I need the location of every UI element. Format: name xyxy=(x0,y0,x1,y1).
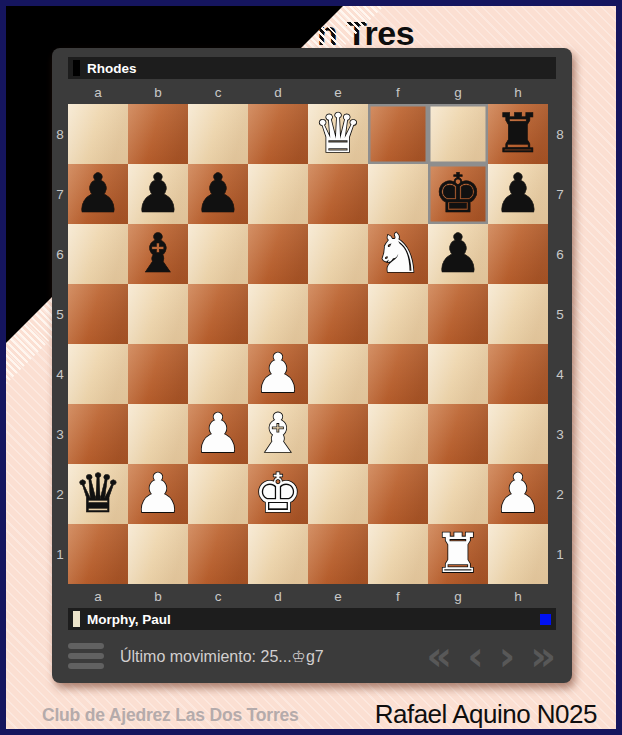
rank-label-7: 7 xyxy=(548,164,572,224)
square-e4[interactable] xyxy=(308,344,368,404)
white-king-piece: ♚ xyxy=(248,464,308,524)
rank-label-8: 8 xyxy=(52,104,68,164)
black-pawn-piece: ♟ xyxy=(128,164,188,224)
black-queen-piece: ♛ xyxy=(68,464,128,524)
board: ♛♜♟♟♟♚♟♝♞♟♟♟♝♛♟♚♟♜ xyxy=(68,104,548,584)
square-b2[interactable]: ♟ xyxy=(128,464,188,524)
white-queen-piece: ♛ xyxy=(308,104,368,164)
file-labels-top: abcdefgh xyxy=(68,81,548,103)
square-b8[interactable] xyxy=(128,104,188,164)
square-g2[interactable] xyxy=(428,464,488,524)
square-f4[interactable] xyxy=(368,344,428,404)
rank-label-5: 5 xyxy=(52,284,68,344)
white-pawn-piece: ♟ xyxy=(488,464,548,524)
square-e3[interactable] xyxy=(308,404,368,464)
rank-labels-right: 87654321 xyxy=(548,104,572,584)
file-label-b: b xyxy=(128,585,188,607)
square-e5[interactable] xyxy=(308,284,368,344)
square-g1[interactable]: ♜ xyxy=(428,524,488,584)
black-king-piece: ♚ xyxy=(428,164,488,224)
last-move-button[interactable]: » xyxy=(530,637,556,675)
author-credit: Rafael Aquino N025 xyxy=(375,699,597,729)
black-side-chip xyxy=(73,60,80,76)
chess-app-panel: Rhodes abcdefgh 87654321 ♛♜♟♟♟♚♟♝♞♟♟♟♝♛♟… xyxy=(52,48,572,683)
square-h7[interactable]: ♟ xyxy=(488,164,548,224)
square-h4[interactable] xyxy=(488,344,548,404)
previous-move-button[interactable]: ‹ xyxy=(467,637,483,675)
bottom-player-bar: Morphy, Paul xyxy=(68,608,556,630)
next-move-button[interactable]: › xyxy=(499,637,515,675)
black-pawn-piece: ♟ xyxy=(488,164,548,224)
file-label-e: e xyxy=(308,585,368,607)
turn-indicator xyxy=(540,614,551,625)
black-pawn-piece: ♟ xyxy=(68,164,128,224)
rank-label-3: 3 xyxy=(548,404,572,464)
square-b6[interactable]: ♝ xyxy=(128,224,188,284)
top-player-name: Rhodes xyxy=(87,61,137,76)
square-d7[interactable] xyxy=(248,164,308,224)
square-a7[interactable]: ♟ xyxy=(68,164,128,224)
file-label-f: f xyxy=(368,81,428,103)
square-b3[interactable] xyxy=(128,404,188,464)
rank-label-8: 8 xyxy=(548,104,572,164)
square-c4[interactable] xyxy=(188,344,248,404)
control-bar: Último movimiento: 25...♔g7 «‹›» xyxy=(68,637,556,675)
square-a4[interactable] xyxy=(68,344,128,404)
square-g7[interactable]: ♚ xyxy=(428,164,488,224)
square-c1[interactable] xyxy=(188,524,248,584)
top-player-bar: Rhodes xyxy=(68,57,556,79)
square-f7[interactable] xyxy=(368,164,428,224)
square-e7[interactable] xyxy=(308,164,368,224)
square-a8[interactable] xyxy=(68,104,128,164)
square-a6[interactable] xyxy=(68,224,128,284)
square-a2[interactable]: ♛ xyxy=(68,464,128,524)
square-b5[interactable] xyxy=(128,284,188,344)
white-pawn-piece: ♟ xyxy=(128,464,188,524)
file-label-c: c xyxy=(188,585,248,607)
rank-label-1: 1 xyxy=(52,524,68,584)
square-b1[interactable] xyxy=(128,524,188,584)
square-c5[interactable] xyxy=(188,284,248,344)
last-move-status: Último movimiento: 25...♔g7 xyxy=(120,647,324,666)
file-label-d: d xyxy=(248,81,308,103)
rank-label-6: 6 xyxy=(52,224,68,284)
square-e8[interactable]: ♛ xyxy=(308,104,368,164)
rank-label-4: 4 xyxy=(548,344,572,404)
square-d4[interactable]: ♟ xyxy=(248,344,308,404)
rank-label-5: 5 xyxy=(548,284,572,344)
square-f2[interactable] xyxy=(368,464,428,524)
move-navigation: «‹›» xyxy=(426,637,556,675)
square-g6[interactable]: ♟ xyxy=(428,224,488,284)
square-f1[interactable] xyxy=(368,524,428,584)
square-e2[interactable] xyxy=(308,464,368,524)
flyer-root: n Tres Rhodes abcdefgh 87654321 ♛♜♟♟♟♚♟♝… xyxy=(0,0,622,735)
club-name: Club de Ajedrez Las Dos Torres xyxy=(42,705,299,726)
square-e6[interactable] xyxy=(308,224,368,284)
rank-label-4: 4 xyxy=(52,344,68,404)
file-label-g: g xyxy=(428,81,488,103)
square-f8[interactable] xyxy=(368,104,428,164)
file-label-h: h xyxy=(488,81,548,103)
square-a3[interactable] xyxy=(68,404,128,464)
white-bishop-piece: ♝ xyxy=(248,404,308,464)
square-b4[interactable] xyxy=(128,344,188,404)
file-label-b: b xyxy=(128,81,188,103)
menu-icon[interactable] xyxy=(68,643,104,669)
square-h2[interactable]: ♟ xyxy=(488,464,548,524)
square-d1[interactable] xyxy=(248,524,308,584)
rank-labels-left: 87654321 xyxy=(52,104,68,584)
first-move-button[interactable]: « xyxy=(426,637,452,675)
black-bishop-piece: ♝ xyxy=(128,224,188,284)
white-knight-piece: ♞ xyxy=(368,224,428,284)
black-pawn-piece: ♟ xyxy=(188,164,248,224)
square-h5[interactable] xyxy=(488,284,548,344)
square-d6[interactable] xyxy=(248,224,308,284)
square-a1[interactable] xyxy=(68,524,128,584)
white-rook-piece: ♜ xyxy=(428,524,488,584)
rank-label-6: 6 xyxy=(548,224,572,284)
flyer-canvas: n Tres Rhodes abcdefgh 87654321 ♛♜♟♟♟♚♟♝… xyxy=(6,6,616,729)
white-side-chip xyxy=(73,611,80,627)
square-g8[interactable] xyxy=(428,104,488,164)
square-c6[interactable] xyxy=(188,224,248,284)
white-pawn-piece: ♟ xyxy=(188,404,248,464)
square-b7[interactable]: ♟ xyxy=(128,164,188,224)
file-label-c: c xyxy=(188,81,248,103)
square-h3[interactable] xyxy=(488,404,548,464)
black-pawn-piece: ♟ xyxy=(428,224,488,284)
file-label-d: d xyxy=(248,585,308,607)
square-g4[interactable] xyxy=(428,344,488,404)
rank-label-7: 7 xyxy=(52,164,68,224)
square-d3[interactable]: ♝ xyxy=(248,404,308,464)
file-label-h: h xyxy=(488,585,548,607)
square-c2[interactable] xyxy=(188,464,248,524)
rank-label-3: 3 xyxy=(52,404,68,464)
file-label-a: a xyxy=(68,81,128,103)
rank-label-1: 1 xyxy=(548,524,572,584)
bottom-player-name: Morphy, Paul xyxy=(87,612,171,627)
file-labels-bottom: abcdefgh xyxy=(68,585,548,607)
square-g5[interactable] xyxy=(428,284,488,344)
square-h6[interactable] xyxy=(488,224,548,284)
white-pawn-piece: ♟ xyxy=(248,344,308,404)
square-c8[interactable] xyxy=(188,104,248,164)
square-h1[interactable] xyxy=(488,524,548,584)
file-label-f: f xyxy=(368,585,428,607)
black-rook-piece: ♜ xyxy=(488,104,548,164)
rank-label-2: 2 xyxy=(52,464,68,524)
square-h8[interactable]: ♜ xyxy=(488,104,548,164)
square-e1[interactable] xyxy=(308,524,368,584)
square-f6[interactable]: ♞ xyxy=(368,224,428,284)
file-label-e: e xyxy=(308,81,368,103)
square-f3[interactable] xyxy=(368,404,428,464)
rank-label-2: 2 xyxy=(548,464,572,524)
square-c7[interactable]: ♟ xyxy=(188,164,248,224)
square-d8[interactable] xyxy=(248,104,308,164)
file-label-g: g xyxy=(428,585,488,607)
file-label-a: a xyxy=(68,585,128,607)
square-d2[interactable]: ♚ xyxy=(248,464,308,524)
square-g3[interactable] xyxy=(428,404,488,464)
square-d5[interactable] xyxy=(248,284,308,344)
square-a5[interactable] xyxy=(68,284,128,344)
square-c3[interactable]: ♟ xyxy=(188,404,248,464)
square-f5[interactable] xyxy=(368,284,428,344)
